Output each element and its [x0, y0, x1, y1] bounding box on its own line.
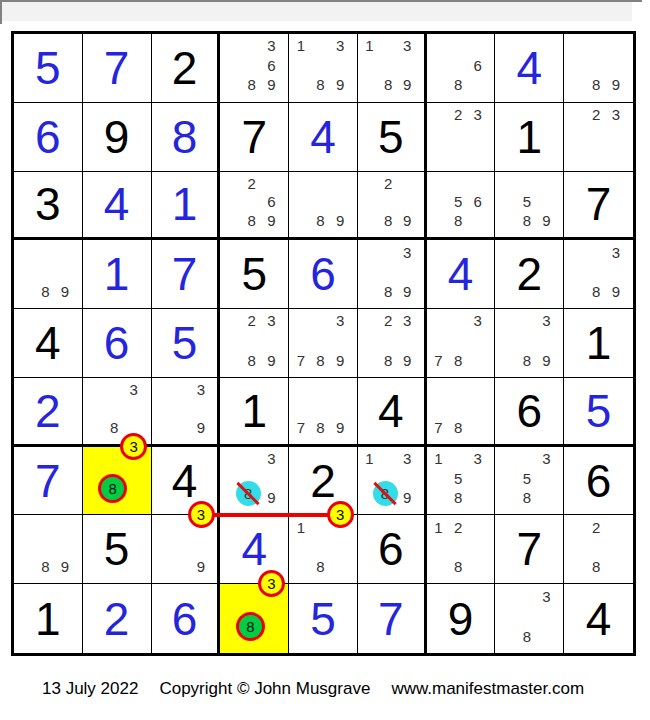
candidate-6: 6: [262, 56, 282, 76]
candidate-3: 3: [468, 105, 488, 125]
cell-r6c1[interactable]: 2: [14, 378, 83, 447]
cell-r5c8[interactable]: 389: [495, 309, 564, 378]
pencil-marks: 3689: [222, 36, 281, 95]
cell-r7c7[interactable]: 1358: [427, 447, 496, 516]
given-digit: 5: [241, 251, 267, 297]
cell-r1c4[interactable]: 3689: [220, 34, 289, 103]
eliminated-candidate-marker: 8: [236, 481, 261, 506]
pencil-marks: 89: [16, 517, 75, 576]
cell-r7c2[interactable]: 83: [83, 447, 152, 516]
candidate-7: 7: [291, 418, 311, 437]
cell-r2c1[interactable]: 6: [14, 103, 83, 172]
pencil-marks: 3789: [291, 311, 350, 370]
candidate-8: 8: [242, 350, 262, 370]
candidate-8: 8: [517, 350, 537, 370]
cell-r7c8[interactable]: 358: [495, 447, 564, 516]
cell-r1c5[interactable]: 1389: [289, 34, 358, 103]
cell-r6c3[interactable]: 39: [152, 378, 221, 447]
given-digit: 3: [35, 181, 61, 227]
cell-r9c1[interactable]: 1: [14, 584, 83, 653]
candidate-1: 1: [429, 449, 449, 469]
cell-r2c2[interactable]: 9: [83, 103, 152, 172]
footer-date: 13 July 2022: [42, 679, 138, 699]
cell-r6c4[interactable]: 1: [220, 378, 289, 447]
candidate-9: 9: [262, 75, 282, 95]
candidate-8: 8: [448, 75, 468, 95]
candidate-3: 3: [606, 242, 626, 262]
cell-r7c9[interactable]: 6: [564, 447, 633, 516]
solved-digit: 7: [378, 596, 404, 642]
pencil-marks: 89: [566, 36, 626, 95]
candidate-8: 8: [517, 626, 537, 646]
cell-r9c8[interactable]: 38: [495, 584, 564, 653]
cell-r3c2[interactable]: 4: [83, 172, 152, 241]
cell-r4c7[interactable]: 4: [427, 240, 496, 309]
candidate-9: 9: [191, 418, 210, 437]
cell-r9c2[interactable]: 2: [83, 584, 152, 653]
given-digit: 1: [241, 388, 267, 434]
given-digit: 1: [35, 596, 61, 642]
solved-digit: 5: [172, 320, 198, 366]
cell-r4c5[interactable]: 6: [289, 240, 358, 309]
candidate-1: 1: [291, 517, 311, 537]
pencil-marks: 389: [497, 311, 556, 370]
candidate-8: 8: [311, 211, 331, 230]
candidate-2: 2: [586, 517, 606, 537]
cell-r1c1[interactable]: 5: [14, 34, 83, 103]
candidate-1: 1: [360, 36, 379, 56]
pencil-marks: 1389: [291, 36, 350, 95]
cell-r9c7[interactable]: 9: [427, 584, 496, 653]
red-circled-candidate: 3: [327, 501, 354, 528]
candidate-5: 5: [448, 468, 468, 488]
candidate-8: 8: [36, 282, 56, 302]
candidate-7: 7: [429, 418, 449, 437]
candidate-2: 2: [448, 517, 468, 537]
cell-r6c9[interactable]: 5: [564, 378, 633, 447]
solved-digit: 5: [310, 596, 336, 642]
candidate-7: 7: [429, 350, 449, 370]
candidate-3: 3: [330, 311, 350, 331]
pencil-marks: 23: [429, 105, 488, 164]
green-circled-candidate: 8: [236, 612, 265, 641]
given-digit: 4: [35, 320, 61, 366]
candidate-9: 9: [55, 282, 75, 302]
cell-r5c2[interactable]: 6: [83, 309, 152, 378]
candidate-8: 8: [104, 418, 124, 437]
candidate-5: 5: [517, 192, 537, 211]
candidate-9: 9: [606, 282, 626, 302]
cell-r5c3[interactable]: 5: [152, 309, 221, 378]
candidate-3: 3: [398, 36, 417, 56]
candidate-3: 3: [262, 36, 282, 56]
candidate-8: 8: [448, 488, 468, 508]
pencil-marks: 2389: [360, 311, 417, 370]
candidate-8: 8: [242, 75, 262, 95]
solved-digit: 8: [172, 114, 198, 160]
cell-r3c1[interactable]: 3: [14, 172, 83, 241]
solved-digit: 2: [35, 388, 61, 434]
cell-r8c3[interactable]: 93: [152, 515, 221, 584]
footer-copyright: Copyright © John Musgrave: [159, 679, 370, 699]
candidate-9: 9: [537, 211, 557, 230]
cell-r5c6[interactable]: 2389: [358, 309, 427, 378]
cell-r1c9[interactable]: 89: [564, 34, 633, 103]
cell-r8c1[interactable]: 89: [14, 515, 83, 584]
candidate-3: 3: [398, 242, 417, 262]
pencil-marks: 378: [429, 311, 488, 370]
pencil-marks: 68: [429, 36, 488, 95]
cell-r3c5[interactable]: 89: [289, 172, 358, 241]
cell-r7c6[interactable]: 1398: [358, 447, 427, 516]
candidate-9: 9: [330, 75, 350, 95]
candidate-9: 9: [330, 211, 350, 230]
cell-r6c6[interactable]: 4: [358, 378, 427, 447]
given-digit: 7: [586, 181, 612, 227]
candidate-8: 8: [36, 557, 56, 577]
solved-digit: 4: [104, 181, 130, 227]
candidate-6: 6: [262, 192, 282, 211]
cell-r9c4[interactable]: 83: [220, 584, 289, 653]
pencil-marks: 2689: [222, 174, 281, 231]
given-digit: 2: [172, 45, 198, 91]
candidate-8: 8: [379, 75, 398, 95]
solved-digit: 7: [104, 45, 130, 91]
candidate-8: 8: [448, 350, 468, 370]
pencil-marks: 23: [566, 105, 626, 164]
candidate-9: 9: [191, 557, 210, 577]
cell-r9c9[interactable]: 4: [564, 584, 633, 653]
candidate-8: 8: [311, 418, 331, 437]
cell-r3c9[interactable]: 7: [564, 172, 633, 241]
pencil-marks: 78: [429, 380, 488, 437]
cell-r2c3[interactable]: 8: [152, 103, 221, 172]
given-digit: 6: [586, 458, 612, 504]
pencil-marks: 39: [154, 380, 211, 437]
candidate-8: 8: [448, 557, 468, 577]
cell-r8c9[interactable]: 28: [564, 515, 633, 584]
solved-digit: 6: [35, 114, 61, 160]
pencil-marks: 1358: [429, 449, 488, 508]
pencil-marks: 38: [497, 586, 556, 646]
candidate-3: 3: [398, 449, 417, 469]
given-digit: 4: [586, 596, 612, 642]
given-digit: 1: [517, 114, 543, 160]
pencil-marks: 389: [360, 242, 417, 301]
cell-r3c7[interactable]: 568: [427, 172, 496, 241]
candidate-3: 3: [537, 449, 557, 469]
cell-r2c8[interactable]: 1: [495, 103, 564, 172]
given-digit: 9: [448, 596, 474, 642]
candidate-9: 9: [330, 418, 350, 437]
given-digit: 4: [172, 458, 198, 504]
candidate-9: 9: [262, 211, 282, 230]
cell-r8c7[interactable]: 128: [427, 515, 496, 584]
cell-r2c4[interactable]: 7: [220, 103, 289, 172]
pencil-marks: 1389: [360, 36, 417, 95]
cell-r1c8[interactable]: 4: [495, 34, 564, 103]
solved-digit: 1: [172, 181, 198, 227]
cell-r1c7[interactable]: 68: [427, 34, 496, 103]
cell-r7c4[interactable]: 398: [220, 447, 289, 516]
cell-r4c1[interactable]: 89: [14, 240, 83, 309]
candidate-8: 8: [242, 211, 262, 230]
solved-digit: 6: [104, 320, 130, 366]
pencil-marks: 568: [429, 174, 488, 231]
elimination-slash: [373, 482, 396, 505]
candidate-8: 8: [517, 488, 537, 508]
elimination-slash: [237, 482, 260, 505]
candidate-9: 9: [537, 350, 557, 370]
cell-r2c5[interactable]: 4: [289, 103, 358, 172]
candidate-5: 5: [517, 468, 537, 488]
candidate-8: 8: [311, 350, 331, 370]
candidate-1: 1: [429, 517, 449, 537]
candidate-8: 8: [311, 75, 331, 95]
solved-digit: 4: [310, 114, 336, 160]
candidate-3: 3: [537, 311, 557, 331]
candidate-9: 9: [398, 75, 417, 95]
footer: 13 July 2022 Copyright © John Musgrave w…: [42, 679, 584, 699]
cell-r5c1[interactable]: 4: [14, 309, 83, 378]
candidate-8: 8: [448, 211, 468, 230]
given-digit: 5: [104, 526, 130, 572]
candidate-6: 6: [468, 192, 488, 211]
given-digit: 7: [241, 114, 267, 160]
candidate-8: 8: [586, 75, 606, 95]
cell-r5c7[interactable]: 378: [427, 309, 496, 378]
candidate-2: 2: [379, 174, 398, 193]
solved-digit: 5: [586, 388, 612, 434]
solved-digit: 4: [517, 45, 543, 91]
candidate-9: 9: [262, 488, 282, 508]
candidate-9: 9: [330, 350, 350, 370]
cell-r8c5[interactable]: 183: [289, 515, 358, 584]
red-circled-candidate: 3: [188, 501, 215, 528]
candidate-3: 3: [191, 380, 210, 399]
cell-r3c8[interactable]: 589: [495, 172, 564, 241]
footer-website: www.manifestmaster.com: [391, 679, 584, 699]
cell-r8c6[interactable]: 6: [358, 515, 427, 584]
candidate-1: 1: [360, 449, 379, 469]
candidate-9: 9: [55, 557, 75, 577]
candidate-3: 3: [124, 380, 144, 399]
candidate-8: 8: [517, 211, 537, 230]
candidate-8: 8: [379, 282, 398, 302]
cell-r9c5[interactable]: 5: [289, 584, 358, 653]
candidate-2: 2: [242, 174, 262, 193]
pencil-marks: 38: [85, 380, 144, 437]
cell-r8c8[interactable]: 7: [495, 515, 564, 584]
cell-r2c7[interactable]: 23: [427, 103, 496, 172]
solved-digit: 6: [310, 251, 336, 297]
pencil-marks: 589: [497, 174, 556, 231]
candidate-9: 9: [606, 75, 626, 95]
candidate-8: 8: [379, 211, 398, 230]
candidate-7: 7: [291, 350, 311, 370]
candidate-8: 8: [448, 418, 468, 437]
cell-r4c8[interactable]: 2: [495, 240, 564, 309]
cell-r9c6[interactable]: 7: [358, 584, 427, 653]
pencil-marks: 289: [360, 174, 417, 231]
pencil-marks: 89: [291, 174, 350, 231]
sudoku-board: 5723689138913896848969874523123341268989…: [11, 31, 636, 656]
given-digit: 9: [104, 114, 130, 160]
cell-r4c4[interactable]: 5: [220, 240, 289, 309]
cell-r2c9[interactable]: 23: [564, 103, 633, 172]
pencil-marks: 389: [566, 242, 626, 301]
candidate-3: 3: [468, 311, 488, 331]
candidate-9: 9: [398, 350, 417, 370]
green-circled-candidate: 8: [98, 474, 127, 503]
candidate-3: 3: [262, 449, 282, 469]
candidate-8: 8: [586, 557, 606, 577]
candidate-9: 9: [262, 350, 282, 370]
cell-r6c5[interactable]: 789: [289, 378, 358, 447]
chain-link-line: [204, 513, 342, 517]
pencil-marks: 358: [497, 449, 556, 508]
cell-r5c5[interactable]: 3789: [289, 309, 358, 378]
cell-r4c3[interactable]: 7: [152, 240, 221, 309]
solved-digit: 4: [448, 251, 474, 297]
cell-r4c6[interactable]: 389: [358, 240, 427, 309]
window-title-strip: [2, 2, 632, 21]
given-digit: 1: [586, 320, 612, 366]
given-digit: 7: [517, 526, 543, 572]
solved-digit: 7: [35, 458, 61, 504]
candidate-9: 9: [398, 488, 417, 508]
solved-digit: 4: [241, 526, 267, 572]
solved-digit: 5: [35, 45, 61, 91]
pencil-marks: 28: [566, 517, 626, 576]
eliminated-candidate-marker: 8: [373, 481, 398, 506]
cell-r1c6[interactable]: 1389: [358, 34, 427, 103]
solved-digit: 1: [104, 251, 130, 297]
cell-r4c2[interactable]: 1: [83, 240, 152, 309]
candidate-8: 8: [586, 282, 606, 302]
cell-r7c1[interactable]: 7: [14, 447, 83, 516]
given-digit: 2: [517, 251, 543, 297]
cell-r5c4[interactable]: 2389: [220, 309, 289, 378]
cell-r3c4[interactable]: 2689: [220, 172, 289, 241]
given-digit: 4: [378, 388, 404, 434]
solved-digit: 6: [172, 596, 198, 642]
given-digit: 5: [378, 114, 404, 160]
candidate-8: 8: [311, 557, 331, 577]
candidate-2: 2: [448, 105, 468, 125]
candidate-3: 3: [330, 36, 350, 56]
candidate-5: 5: [448, 192, 468, 211]
cell-r9c3[interactable]: 6: [152, 584, 221, 653]
cell-r3c6[interactable]: 289: [358, 172, 427, 241]
cell-r4c9[interactable]: 389: [564, 240, 633, 309]
cell-r1c2[interactable]: 7: [83, 34, 152, 103]
given-digit: 6: [378, 526, 404, 572]
candidate-1: 1: [291, 36, 311, 56]
pencil-marks: 2389: [222, 311, 281, 370]
solved-digit: 7: [172, 251, 198, 297]
candidate-2: 2: [242, 311, 262, 331]
given-digit: 6: [517, 388, 543, 434]
given-digit: 2: [310, 458, 336, 504]
cell-r1c3[interactable]: 2: [152, 34, 221, 103]
candidate-8: 8: [379, 350, 398, 370]
cell-r6c8[interactable]: 6: [495, 378, 564, 447]
red-circled-candidate: 3: [120, 433, 147, 460]
candidate-2: 2: [379, 311, 398, 331]
cell-r5c9[interactable]: 1: [564, 309, 633, 378]
candidate-3: 3: [262, 311, 282, 331]
candidate-6: 6: [468, 56, 488, 76]
candidate-9: 9: [398, 211, 417, 230]
pencil-marks: 128: [429, 517, 488, 576]
candidate-3: 3: [468, 449, 488, 469]
pencil-marks: 789: [291, 380, 350, 437]
pencil-marks: 89: [16, 242, 75, 301]
cell-r8c2[interactable]: 5: [83, 515, 152, 584]
cell-r6c7[interactable]: 78: [427, 378, 496, 447]
candidate-9: 9: [398, 282, 417, 302]
candidate-3: 3: [398, 311, 417, 331]
candidate-3: 3: [537, 586, 557, 606]
candidate-2: 2: [586, 105, 606, 125]
cell-r3c3[interactable]: 1: [152, 172, 221, 241]
red-circled-candidate: 3: [258, 570, 285, 597]
cell-r2c6[interactable]: 5: [358, 103, 427, 172]
candidate-3: 3: [606, 105, 626, 125]
solved-digit: 2: [104, 596, 130, 642]
